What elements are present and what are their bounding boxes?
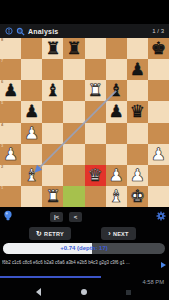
status-bar [0,0,169,24]
square-a5[interactable]: 5 [0,101,21,122]
square-h3[interactable]: ♟ [148,144,169,165]
first-move-button[interactable]: |< [50,212,63,222]
square-h1[interactable] [148,186,169,207]
square-c3[interactable] [42,144,63,165]
android-back-icon[interactable] [36,288,41,296]
next-icon: › [108,230,111,237]
black-rook: ♜ [42,38,63,59]
square-b1[interactable] [21,186,42,207]
white-pawn: ♟ [106,165,127,186]
square-f2[interactable]: ♟ [106,165,127,186]
white-bishop: ♝ [106,186,127,207]
puzzle-counter: 1 / 3 [152,28,164,34]
system-clock: 4:58 PM [142,279,164,285]
square-c2[interactable] [42,165,63,186]
square-e5[interactable] [85,101,106,122]
square-d8[interactable]: ♜ [63,38,84,59]
rank-label-2: 2 [1,165,3,169]
square-c1[interactable]: ♜ [42,186,63,207]
square-c8[interactable]: ♜ [42,38,63,59]
control-panel: |< < ↻ RETRY › NEXT +0.74 (depth: 17) f6… [0,207,169,300]
square-a3[interactable]: 3♟ [0,144,21,165]
black-bishop: ♝ [106,80,127,101]
square-b2[interactable]: ♝ [21,165,42,186]
white-pawn: ♟ [148,144,169,165]
square-c5[interactable] [42,101,63,122]
black-pawn: ♟ [106,101,127,122]
square-g1[interactable]: ♚ [127,186,148,207]
settings-gear-icon[interactable] [156,211,166,221]
square-b6[interactable] [21,80,42,101]
rank-label-4: 4 [1,123,3,127]
square-a4[interactable]: 4 [0,123,21,144]
black-king: ♚ [148,38,169,59]
square-c7[interactable] [42,59,63,80]
square-d4[interactable] [63,123,84,144]
next-button[interactable]: › NEXT [101,227,136,240]
android-home-icon[interactable] [81,289,87,295]
square-h8[interactable]: ♚ [148,38,169,59]
square-e2[interactable]: ♛ [85,165,106,186]
square-d2[interactable] [63,165,84,186]
page-title: Analysis [28,28,58,35]
black-pawn: ♟ [0,80,21,101]
chess-board[interactable]: 8♜♜♚7♟6♟♝♜♝5♟♟♛4♟3♟♟2♝♛♟♟1♜♝♚ [0,38,169,207]
square-g6[interactable] [127,80,148,101]
phone-screen: Analysis 1 / 3 8♜♜♚7♟6♟♝♜♝5♟♟♛4♟3♟♟2♝♛♟♟… [0,0,169,300]
square-a1[interactable]: 1 [0,186,21,207]
square-a7[interactable]: 7 [0,59,21,80]
evaluation-bar: +0.74 (depth: 17) [3,243,165,255]
info-icon[interactable] [5,27,13,35]
square-f6[interactable]: ♝ [106,80,127,101]
square-b7[interactable] [21,59,42,80]
square-b4[interactable]: ♟ [21,123,42,144]
square-f1[interactable]: ♝ [106,186,127,207]
white-pawn: ♟ [21,123,42,144]
rank-label-7: 7 [1,59,3,63]
square-g5[interactable]: ♛ [127,101,148,122]
square-f8[interactable] [106,38,127,59]
square-h7[interactable] [148,59,169,80]
square-g4[interactable] [127,123,148,144]
square-e1[interactable] [85,186,106,207]
square-d6[interactable] [63,80,84,101]
square-a2[interactable]: 2 [0,165,21,186]
app-bar: Analysis 1 / 3 [0,24,169,38]
rank-label-6: 6 [1,80,3,84]
retry-button[interactable]: ↻ RETRY [29,227,71,240]
square-c4[interactable] [42,123,63,144]
square-d1[interactable] [63,186,84,207]
black-pawn: ♟ [127,59,148,80]
square-e8[interactable] [85,38,106,59]
square-e6[interactable]: ♜ [85,80,106,101]
white-pawn: ♟ [0,144,21,165]
square-h2[interactable] [148,165,169,186]
hint-lightbulb-icon[interactable] [3,210,13,223]
black-pawn: ♟ [21,101,42,122]
square-e4[interactable] [85,123,106,144]
square-g3[interactable] [127,144,148,165]
retry-icon: ↻ [36,230,42,237]
evaluation-text: +0.74 (depth: 17) [3,243,165,255]
square-d7[interactable] [63,59,84,80]
engine-line-text: f6b2 c1c6 c8c6 e6c6 b2a3 c6a6 a3b4 e2b5 … [2,260,150,264]
square-a6[interactable]: 6♟ [0,80,21,101]
analysis-progress-bar [0,276,101,278]
square-f3[interactable] [106,144,127,165]
previous-move-button[interactable]: < [69,212,82,222]
square-d5[interactable] [63,101,84,122]
square-e3[interactable] [85,144,106,165]
square-h4[interactable] [148,123,169,144]
square-g8[interactable] [127,38,148,59]
square-h5[interactable] [148,101,169,122]
android-recents-icon[interactable] [126,290,131,295]
next-label: NEXT [113,231,129,237]
white-king: ♚ [127,186,148,207]
square-f7[interactable] [106,59,127,80]
black-bishop: ♝ [42,80,63,101]
square-a8[interactable]: 8 [0,38,21,59]
search-icon[interactable] [16,27,25,36]
black-queen: ♛ [127,101,148,122]
rank-label-1: 1 [1,186,3,190]
square-g7[interactable]: ♟ [127,59,148,80]
white-pawn: ♟ [127,165,148,186]
square-d3[interactable] [63,144,84,165]
square-g2[interactable]: ♟ [127,165,148,186]
black-rook: ♜ [63,38,84,59]
rank-label-8: 8 [1,38,3,42]
square-c6[interactable]: ♝ [42,80,63,101]
square-b3[interactable] [21,144,42,165]
white-queen: ♛ [85,165,106,186]
white-rook: ♜ [42,186,63,207]
white-bishop: ♝ [21,165,42,186]
square-f4[interactable] [106,123,127,144]
white-rook: ♜ [85,80,106,101]
rank-label-3: 3 [1,144,3,148]
square-e7[interactable] [85,59,106,80]
square-f5[interactable]: ♟ [106,101,127,122]
square-b8[interactable] [21,38,42,59]
retry-label: RETRY [44,231,64,237]
rank-label-5: 5 [1,101,3,105]
square-b5[interactable]: ♟ [21,101,42,122]
square-h6[interactable] [148,80,169,101]
play-line-icon[interactable] [161,262,166,268]
